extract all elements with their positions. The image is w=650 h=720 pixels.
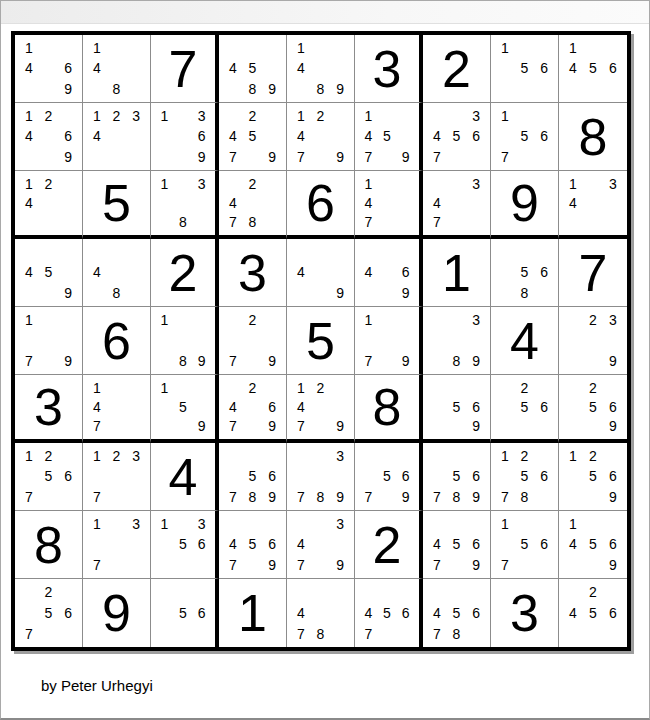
empty-mark-slot [39, 242, 59, 262]
pencil-marks: 347 [423, 171, 490, 235]
cell-r1c7[interactable]: 2 [423, 35, 491, 103]
empty-mark-slot [223, 446, 243, 466]
empty-mark-slot [330, 38, 350, 58]
empty-mark-slot [87, 242, 107, 262]
candidate-digit: 7 [223, 351, 243, 371]
candidate-digit: 3 [466, 106, 486, 126]
empty-mark-slot [19, 466, 39, 486]
empty-mark-slot [19, 147, 39, 167]
candidate-digit: 7 [223, 147, 243, 167]
pencil-marks: 12469 [15, 103, 82, 170]
cell-r2c4[interactable]: 24579 [219, 103, 287, 171]
candidate-digit: 7 [359, 147, 378, 167]
cell-r6c1[interactable]: 3 [15, 375, 83, 443]
cell-r2c6[interactable]: 14579 [355, 103, 423, 171]
candidate-digit: 6 [192, 126, 211, 146]
cell-r8c6[interactable]: 2 [355, 511, 423, 579]
cell-r8c7[interactable]: 45679 [423, 511, 491, 579]
cell-r9c6[interactable]: 4567 [355, 579, 423, 647]
cell-r3c2[interactable]: 5 [83, 171, 151, 239]
cell-r7c1[interactable]: 12567 [15, 443, 83, 511]
candidate-digit: 1 [291, 38, 311, 58]
empty-mark-slot [466, 147, 486, 167]
candidate-digit: 7 [19, 351, 39, 371]
empty-mark-slot [243, 417, 263, 436]
empty-mark-slot [427, 514, 447, 534]
cell-r7c4[interactable]: 56789 [219, 443, 287, 511]
empty-mark-slot [427, 446, 447, 466]
candidate-digit: 1 [359, 310, 378, 330]
candidate-digit: 3 [330, 514, 350, 534]
cell-r3c6[interactable]: 147 [355, 171, 423, 239]
candidate-digit: 9 [58, 147, 78, 167]
cell-r7c9[interactable]: 12569 [559, 443, 627, 511]
candidate-digit: 9 [603, 487, 623, 507]
candidate-digit: 7 [291, 487, 311, 507]
sudoku-grid: 1469148745891489321561456124691234136924… [11, 31, 631, 651]
candidate-digit: 4 [223, 534, 243, 554]
pencil-marks: 34567 [423, 103, 490, 170]
empty-mark-slot [495, 534, 515, 554]
candidate-digit: 3 [126, 446, 146, 466]
candidate-digit: 1 [19, 446, 39, 466]
empty-mark-slot [427, 330, 447, 350]
cell-r2c9[interactable]: 8 [559, 103, 627, 171]
cell-r1c8[interactable]: 156 [491, 35, 559, 103]
candidate-digit: 2 [39, 106, 59, 126]
cell-r5c9[interactable]: 239 [559, 307, 627, 375]
cell-r5c6[interactable]: 179 [355, 307, 423, 375]
candidate-digit: 6 [466, 466, 486, 486]
pencil-marks: 156 [491, 35, 558, 102]
pencil-marks: 14569 [559, 511, 627, 578]
pencil-marks: 2569 [559, 375, 627, 439]
empty-mark-slot [534, 38, 554, 58]
candidate-digit: 5 [515, 262, 535, 282]
empty-mark-slot [447, 174, 467, 193]
solved-digit: 3 [238, 247, 267, 299]
empty-mark-slot [396, 446, 415, 466]
cell-r5c3[interactable]: 189 [151, 307, 219, 375]
empty-mark-slot [155, 193, 174, 212]
sudoku-page: 1469148745891489321561456124691234136924… [0, 0, 650, 720]
cell-r5c8[interactable]: 4 [491, 307, 559, 375]
candidate-digit: 1 [19, 106, 39, 126]
empty-mark-slot [515, 147, 535, 167]
empty-mark-slot [192, 193, 211, 212]
empty-mark-slot [563, 555, 583, 575]
candidate-digit: 6 [58, 603, 78, 624]
solved-digit: 9 [102, 587, 131, 639]
candidate-digit: 2 [583, 378, 603, 397]
cell-r7c7[interactable]: 56789 [423, 443, 491, 511]
empty-mark-slot [39, 487, 59, 507]
cell-r2c3[interactable]: 1369 [151, 103, 219, 171]
cell-r3c7[interactable]: 347 [423, 171, 491, 239]
pencil-marks: 56 [151, 579, 215, 647]
candidate-digit: 7 [291, 555, 311, 575]
empty-mark-slot [223, 174, 243, 193]
empty-mark-slot [155, 397, 174, 416]
cell-r7c5[interactable]: 3789 [287, 443, 355, 511]
candidate-digit: 7 [427, 147, 447, 167]
empty-mark-slot [563, 487, 583, 507]
candidate-digit: 4 [291, 397, 311, 416]
empty-mark-slot [427, 310, 447, 330]
empty-mark-slot [174, 330, 193, 350]
solved-digit: 8 [373, 381, 402, 433]
candidate-digit: 4 [359, 262, 378, 282]
empty-mark-slot [583, 174, 603, 193]
empty-mark-slot [19, 283, 39, 303]
candidate-digit: 8 [243, 79, 263, 99]
candidate-digit: 7 [359, 487, 378, 507]
candidate-digit: 9 [466, 555, 486, 575]
pencil-marks: 2567 [15, 579, 82, 647]
cell-r6c2[interactable]: 147 [83, 375, 151, 443]
candidate-digit: 1 [291, 378, 311, 397]
empty-mark-slot [396, 126, 415, 146]
empty-mark-slot [58, 582, 78, 603]
cell-r4c5[interactable]: 49 [287, 239, 355, 307]
candidate-digit: 9 [396, 351, 415, 371]
cell-r6c7[interactable]: 569 [423, 375, 491, 443]
pencil-marks: 1237 [83, 443, 150, 510]
empty-mark-slot [447, 446, 467, 466]
cell-r6c8[interactable]: 256 [491, 375, 559, 443]
candidate-digit: 5 [243, 466, 263, 486]
cell-r9c1[interactable]: 2567 [15, 579, 83, 647]
empty-mark-slot [396, 242, 415, 262]
empty-mark-slot [174, 174, 193, 193]
candidate-digit: 3 [126, 514, 146, 534]
empty-mark-slot [58, 106, 78, 126]
pencil-marks: 148 [83, 35, 150, 102]
empty-mark-slot [359, 330, 378, 350]
candidate-digit: 6 [603, 603, 623, 624]
empty-mark-slot [447, 417, 467, 436]
candidate-digit: 9 [330, 147, 350, 167]
cell-r5c7[interactable]: 389 [423, 307, 491, 375]
candidate-digit: 6 [262, 397, 282, 416]
empty-mark-slot [39, 283, 59, 303]
candidate-digit: 6 [466, 397, 486, 416]
candidate-digit: 6 [534, 126, 554, 146]
cell-r9c3[interactable]: 56 [151, 579, 219, 647]
empty-mark-slot [583, 193, 603, 212]
pencil-marks: 389 [423, 307, 490, 374]
cell-r2c1[interactable]: 12469 [15, 103, 83, 171]
empty-mark-slot [243, 147, 263, 167]
cell-r6c9[interactable]: 2569 [559, 375, 627, 443]
pencil-marks: 4589 [219, 35, 286, 102]
empty-mark-slot [583, 351, 603, 371]
pencil-marks: 279 [219, 307, 286, 374]
candidate-digit: 3 [603, 174, 623, 193]
cell-r8c2[interactable]: 137 [83, 511, 151, 579]
cell-r2c8[interactable]: 1567 [491, 103, 559, 171]
empty-mark-slot [583, 623, 603, 644]
cell-r8c3[interactable]: 1356 [151, 511, 219, 579]
candidate-digit: 4 [563, 58, 583, 78]
empty-mark-slot [378, 242, 397, 262]
candidate-digit: 5 [39, 603, 59, 624]
candidate-digit: 2 [515, 378, 535, 397]
pencil-marks: 138 [151, 171, 215, 235]
empty-mark-slot [495, 79, 515, 99]
empty-mark-slot [58, 242, 78, 262]
cell-r6c4[interactable]: 24679 [219, 375, 287, 443]
cell-r4c7[interactable]: 1 [423, 239, 491, 307]
candidate-digit: 5 [378, 466, 397, 486]
empty-mark-slot [447, 310, 467, 330]
empty-mark-slot [603, 514, 623, 534]
empty-mark-slot [447, 378, 467, 397]
cell-r7c3[interactable]: 4 [151, 443, 219, 511]
empty-mark-slot [447, 330, 467, 350]
empty-mark-slot [311, 147, 331, 167]
candidate-digit: 7 [291, 623, 311, 644]
cell-r4c2[interactable]: 48 [83, 239, 151, 307]
cell-r1c5[interactable]: 1489 [287, 35, 355, 103]
cell-r2c2[interactable]: 1234 [83, 103, 151, 171]
candidate-digit: 6 [396, 262, 415, 282]
empty-mark-slot [563, 378, 583, 397]
empty-mark-slot [155, 555, 174, 575]
cell-r1c4[interactable]: 4589 [219, 35, 287, 103]
candidate-digit: 3 [466, 310, 486, 330]
cell-r4c6[interactable]: 469 [355, 239, 423, 307]
cell-r6c6[interactable]: 8 [355, 375, 423, 443]
pencil-marks: 1456 [559, 35, 627, 102]
cell-r8c8[interactable]: 1567 [491, 511, 559, 579]
candidate-digit: 9 [466, 351, 486, 371]
cell-r2c5[interactable]: 12479 [287, 103, 355, 171]
cell-r7c8[interactable]: 125678 [491, 443, 559, 511]
empty-mark-slot [495, 262, 515, 282]
cell-r8c1[interactable]: 8 [15, 511, 83, 579]
empty-mark-slot [378, 330, 397, 350]
cell-r4c8[interactable]: 568 [491, 239, 559, 307]
empty-mark-slot [155, 351, 174, 371]
cell-r1c3[interactable]: 7 [151, 35, 219, 103]
empty-mark-slot [311, 514, 331, 534]
empty-mark-slot [534, 487, 554, 507]
candidate-digit: 5 [515, 397, 535, 416]
cell-r3c5[interactable]: 6 [287, 171, 355, 239]
cell-r5c5[interactable]: 5 [287, 307, 355, 375]
empty-mark-slot [223, 79, 243, 99]
candidate-digit: 7 [87, 555, 107, 575]
empty-mark-slot [603, 38, 623, 58]
candidate-digit: 6 [192, 603, 211, 624]
cell-r9c5[interactable]: 478 [287, 579, 355, 647]
empty-mark-slot [427, 378, 447, 397]
cell-r1c9[interactable]: 1456 [559, 35, 627, 103]
cell-r3c3[interactable]: 138 [151, 171, 219, 239]
empty-mark-slot [223, 310, 243, 330]
cell-r8c4[interactable]: 45679 [219, 511, 287, 579]
solved-digit: 3 [510, 587, 539, 639]
candidate-digit: 2 [515, 446, 535, 466]
candidate-digit: 9 [466, 487, 486, 507]
candidate-digit: 9 [330, 555, 350, 575]
empty-mark-slot [447, 147, 467, 167]
empty-mark-slot [330, 534, 350, 554]
cell-r3c8[interactable]: 9 [491, 171, 559, 239]
empty-mark-slot [583, 417, 603, 436]
candidate-digit: 9 [58, 283, 78, 303]
empty-mark-slot [378, 193, 397, 212]
empty-mark-slot [583, 330, 603, 350]
empty-mark-slot [58, 174, 78, 193]
cell-r9c4[interactable]: 1 [219, 579, 287, 647]
candidate-digit: 8 [447, 351, 467, 371]
empty-mark-slot [311, 283, 331, 303]
solved-digit: 6 [102, 315, 131, 367]
empty-mark-slot [447, 193, 467, 212]
pencil-marks: 1567 [491, 511, 558, 578]
empty-mark-slot [330, 58, 350, 78]
candidate-digit: 4 [19, 58, 39, 78]
cell-r3c4[interactable]: 2478 [219, 171, 287, 239]
empty-mark-slot [427, 397, 447, 416]
empty-mark-slot [330, 582, 350, 603]
empty-mark-slot [262, 126, 282, 146]
candidate-digit: 1 [87, 106, 107, 126]
empty-mark-slot [330, 242, 350, 262]
empty-mark-slot [155, 330, 174, 350]
cell-r8c9[interactable]: 14569 [559, 511, 627, 579]
candidate-digit: 2 [311, 106, 331, 126]
candidate-digit: 6 [466, 534, 486, 554]
empty-mark-slot [291, 466, 311, 486]
solved-digit: 2 [442, 43, 471, 95]
candidate-digit: 9 [330, 79, 350, 99]
empty-mark-slot [447, 514, 467, 534]
cell-r9c9[interactable]: 2456 [559, 579, 627, 647]
cell-r9c7[interactable]: 45678 [423, 579, 491, 647]
empty-mark-slot [262, 514, 282, 534]
candidate-digit: 5 [515, 58, 535, 78]
cell-r5c2[interactable]: 6 [83, 307, 151, 375]
empty-mark-slot [495, 466, 515, 486]
pencil-marks: 159 [151, 375, 215, 439]
empty-mark-slot [311, 603, 331, 624]
empty-mark-slot [174, 514, 193, 534]
candidate-digit: 7 [359, 351, 378, 371]
cell-r1c1[interactable]: 1469 [15, 35, 83, 103]
empty-mark-slot [311, 58, 331, 78]
empty-mark-slot [378, 310, 397, 330]
candidate-digit: 2 [243, 378, 263, 397]
candidate-digit: 4 [223, 193, 243, 212]
candidate-digit: 8 [311, 623, 331, 644]
empty-mark-slot [427, 582, 447, 603]
pencil-marks: 147 [83, 375, 150, 439]
cell-r4c9[interactable]: 7 [559, 239, 627, 307]
empty-mark-slot [192, 378, 211, 397]
empty-mark-slot [243, 38, 263, 58]
cell-r1c2[interactable]: 148 [83, 35, 151, 103]
pencil-marks: 12569 [559, 443, 627, 510]
candidate-digit: 1 [495, 514, 515, 534]
empty-mark-slot [126, 487, 146, 507]
candidate-digit: 4 [563, 534, 583, 554]
cell-r7c2[interactable]: 1237 [83, 443, 151, 511]
pencil-marks: 24679 [219, 375, 286, 439]
cell-r3c1[interactable]: 124 [15, 171, 83, 239]
cell-r8c5[interactable]: 3479 [287, 511, 355, 579]
pencil-marks: 179 [15, 307, 82, 374]
candidate-digit: 5 [515, 534, 535, 554]
pencil-marks: 459 [15, 239, 82, 306]
cell-r3c9[interactable]: 134 [559, 171, 627, 239]
empty-mark-slot [126, 58, 146, 78]
cell-r4c3[interactable]: 2 [151, 239, 219, 307]
candidate-digit: 1 [19, 310, 39, 330]
candidate-digit: 5 [243, 126, 263, 146]
candidate-digit: 6 [192, 534, 211, 554]
empty-mark-slot [311, 126, 331, 146]
empty-mark-slot [311, 38, 331, 58]
empty-mark-slot [19, 79, 39, 99]
pencil-marks: 137 [83, 511, 150, 578]
empty-mark-slot [466, 446, 486, 466]
empty-mark-slot [466, 193, 486, 212]
candidate-digit: 7 [495, 555, 515, 575]
pencil-marks: 2456 [559, 579, 627, 647]
candidate-digit: 6 [396, 466, 415, 486]
cell-r2c7[interactable]: 34567 [423, 103, 491, 171]
empty-mark-slot [39, 147, 59, 167]
candidate-digit: 5 [447, 126, 467, 146]
cell-r5c1[interactable]: 179 [15, 307, 83, 375]
empty-mark-slot [563, 351, 583, 371]
empty-mark-slot [427, 174, 447, 193]
cell-r1c6[interactable]: 3 [355, 35, 423, 103]
empty-mark-slot [447, 213, 467, 232]
candidate-digit: 5 [39, 466, 59, 486]
empty-mark-slot [495, 58, 515, 78]
empty-mark-slot [515, 106, 535, 126]
cell-r6c3[interactable]: 159 [151, 375, 219, 443]
empty-mark-slot [243, 555, 263, 575]
cell-r4c4[interactable]: 3 [219, 239, 287, 307]
candidate-digit: 8 [107, 283, 127, 303]
empty-mark-slot [534, 446, 554, 466]
empty-mark-slot [583, 79, 603, 99]
cell-r9c2[interactable]: 9 [83, 579, 151, 647]
cell-r5c4[interactable]: 279 [219, 307, 287, 375]
cell-r9c8[interactable]: 3 [491, 579, 559, 647]
candidate-digit: 3 [126, 106, 146, 126]
empty-mark-slot [378, 213, 397, 232]
candidate-digit: 4 [19, 193, 39, 212]
candidate-digit: 2 [583, 582, 603, 603]
candidate-digit: 4 [359, 603, 378, 624]
solved-digit: 8 [34, 519, 63, 571]
cell-r7c6[interactable]: 5679 [355, 443, 423, 511]
cell-r4c1[interactable]: 459 [15, 239, 83, 307]
empty-mark-slot [466, 582, 486, 603]
empty-mark-slot [58, 193, 78, 212]
candidate-digit: 9 [192, 417, 211, 436]
empty-mark-slot [359, 582, 378, 603]
candidate-digit: 9 [262, 555, 282, 575]
empty-mark-slot [603, 446, 623, 466]
cell-r6c5[interactable]: 12479 [287, 375, 355, 443]
